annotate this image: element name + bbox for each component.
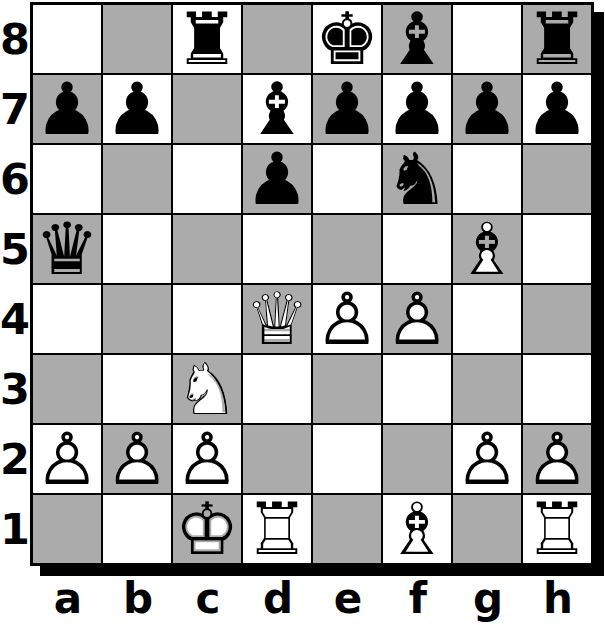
piece-white-rook: ♖ [523,495,591,563]
square-a3[interactable] [33,355,101,423]
rank-label-1: 1 [0,495,30,563]
piece-white-pawn: ♙ [103,425,171,493]
square-f1[interactable]: ♝♗ [383,495,451,563]
piece-black-pawn: ♟ [243,145,311,213]
piece-white-pawn: ♙ [173,425,241,493]
file-label-g: g [453,574,523,623]
piece-white-pawn: ♙ [453,425,521,493]
rank-label-8: 8 [0,5,30,73]
piece-white-pawn: ♙ [313,285,381,353]
square-d1[interactable]: ♜♖ [243,495,311,563]
square-f8[interactable]: ♝ [383,5,451,73]
square-e7[interactable]: ♟ [313,75,381,143]
file-label-a: a [33,574,103,623]
square-h1[interactable]: ♜♖ [523,495,591,563]
square-a4[interactable] [33,285,101,353]
rank-label-4: 4 [0,285,30,353]
rank-label-2: 2 [0,425,30,493]
piece-white-pawn-fill: ♟ [173,425,241,493]
square-h6[interactable] [523,145,591,213]
square-c7[interactable] [173,75,241,143]
square-b8[interactable] [103,5,171,73]
file-labels: abcdefgh [33,574,593,623]
square-b7[interactable]: ♟ [103,75,171,143]
piece-black-king: ♚ [313,5,381,73]
piece-white-rook: ♖ [243,495,311,563]
square-b3[interactable] [103,355,171,423]
chess-board: ♜♚♝♜♟♟♝♟♟♟♟♟♞♛♝♗♛♕♟♙♟♙♞♘♟♙♟♙♟♙♟♙♟♙♚♔♜♖♝♗… [30,2,594,566]
square-b4[interactable] [103,285,171,353]
piece-white-pawn-fill: ♟ [383,285,451,353]
square-d2[interactable] [243,425,311,493]
piece-black-rook: ♜ [523,5,591,73]
piece-white-bishop: ♗ [453,215,521,283]
piece-black-pawn: ♟ [103,75,171,143]
piece-black-knight: ♞ [383,145,451,213]
square-g2[interactable]: ♟♙ [453,425,521,493]
square-e8[interactable]: ♚ [313,5,381,73]
piece-white-pawn: ♙ [33,425,101,493]
square-a5[interactable]: ♛ [33,215,101,283]
square-a2[interactable]: ♟♙ [33,425,101,493]
square-b1[interactable] [103,495,171,563]
square-a6[interactable] [33,145,101,213]
rank-labels: 87654321 [0,5,30,563]
square-c2[interactable]: ♟♙ [173,425,241,493]
file-label-c: c [173,574,243,623]
square-g3[interactable] [453,355,521,423]
square-c3[interactable]: ♞♘ [173,355,241,423]
square-g8[interactable] [453,5,521,73]
square-b6[interactable] [103,145,171,213]
piece-black-queen: ♛ [33,215,101,283]
piece-white-pawn-fill: ♟ [453,425,521,493]
rank-label-5: 5 [0,215,30,283]
square-a8[interactable] [33,5,101,73]
square-d7[interactable]: ♝ [243,75,311,143]
square-c8[interactable]: ♜ [173,5,241,73]
square-c1[interactable]: ♚♔ [173,495,241,563]
piece-white-bishop: ♗ [383,495,451,563]
square-e3[interactable] [313,355,381,423]
square-g4[interactable] [453,285,521,353]
piece-white-queen-fill: ♛ [243,285,311,353]
square-d6[interactable]: ♟ [243,145,311,213]
square-d8[interactable] [243,5,311,73]
square-h3[interactable] [523,355,591,423]
square-b5[interactable] [103,215,171,283]
square-h8[interactable]: ♜ [523,5,591,73]
square-a1[interactable] [33,495,101,563]
square-h2[interactable]: ♟♙ [523,425,591,493]
piece-black-bishop: ♝ [243,75,311,143]
piece-white-king-fill: ♚ [173,495,241,563]
rank-label-6: 6 [0,145,30,213]
piece-white-king: ♔ [173,495,241,563]
square-d5[interactable] [243,215,311,283]
square-h4[interactable] [523,285,591,353]
piece-white-pawn-fill: ♟ [33,425,101,493]
piece-white-pawn-fill: ♟ [313,285,381,353]
square-f5[interactable] [383,215,451,283]
square-e2[interactable] [313,425,381,493]
chess-diagram: 87654321 ♜♚♝♜♟♟♝♟♟♟♟♟♞♛♝♗♛♕♟♙♟♙♞♘♟♙♟♙♟♙♟… [0,0,605,625]
piece-white-knight: ♘ [173,355,241,423]
square-e6[interactable] [313,145,381,213]
square-e5[interactable] [313,215,381,283]
square-e4[interactable]: ♟♙ [313,285,381,353]
square-f4[interactable]: ♟♙ [383,285,451,353]
piece-white-pawn-fill: ♟ [103,425,171,493]
square-f2[interactable] [383,425,451,493]
square-a7[interactable]: ♟ [33,75,101,143]
square-f7[interactable]: ♟ [383,75,451,143]
file-label-f: f [383,574,453,623]
file-label-d: d [243,574,313,623]
piece-white-rook-fill: ♜ [243,495,311,563]
square-g7[interactable]: ♟ [453,75,521,143]
square-g1[interactable] [453,495,521,563]
square-d4[interactable]: ♛♕ [243,285,311,353]
square-b2[interactable]: ♟♙ [103,425,171,493]
square-c4[interactable] [173,285,241,353]
file-label-h: h [523,574,593,623]
square-h7[interactable]: ♟ [523,75,591,143]
file-label-b: b [103,574,173,623]
piece-white-knight-fill: ♞ [173,355,241,423]
square-f3[interactable] [383,355,451,423]
piece-black-pawn: ♟ [453,75,521,143]
square-g6[interactable] [453,145,521,213]
piece-black-pawn: ♟ [313,75,381,143]
file-label-e: e [313,574,383,623]
rank-label-3: 3 [0,355,30,423]
piece-white-bishop-fill: ♝ [453,215,521,283]
square-c5[interactable] [173,215,241,283]
piece-black-rook: ♜ [173,5,241,73]
piece-white-queen: ♕ [243,285,311,353]
square-e1[interactable] [313,495,381,563]
piece-white-pawn: ♙ [523,425,591,493]
piece-white-bishop-fill: ♝ [383,495,451,563]
piece-black-pawn: ♟ [523,75,591,143]
square-f6[interactable]: ♞ [383,145,451,213]
square-d3[interactable] [243,355,311,423]
piece-white-pawn-fill: ♟ [523,425,591,493]
square-h5[interactable] [523,215,591,283]
square-g5[interactable]: ♝♗ [453,215,521,283]
rank-label-7: 7 [0,75,30,143]
square-c6[interactable] [173,145,241,213]
piece-black-bishop: ♝ [383,5,451,73]
piece-black-pawn: ♟ [383,75,451,143]
piece-black-pawn: ♟ [33,75,101,143]
piece-white-rook-fill: ♜ [523,495,591,563]
piece-white-pawn: ♙ [383,285,451,353]
